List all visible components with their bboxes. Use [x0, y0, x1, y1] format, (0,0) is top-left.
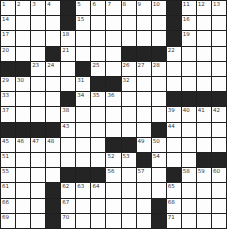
clue-number-70: 70 — [62, 214, 69, 220]
cell-r4c1[interactable]: 20 — [1, 47, 15, 61]
black-cell-r9c1 — [1, 123, 15, 137]
cell-r5c4[interactable]: 24 — [46, 62, 60, 76]
black-cell-r6c8 — [106, 77, 120, 91]
cell-r10c4[interactable]: 48 — [46, 138, 60, 152]
black-cell-r14c4 — [46, 199, 60, 213]
cell-r1c2[interactable]: 2 — [16, 1, 30, 15]
cell-r6c11[interactable] — [152, 77, 166, 91]
cell-r12c9[interactable] — [122, 168, 136, 182]
black-cell-r12c5 — [61, 168, 75, 182]
cell-r1c8[interactable]: 7 — [106, 1, 120, 15]
cell-r10c5[interactable] — [61, 138, 75, 152]
cell-r8c2[interactable] — [16, 107, 30, 121]
black-cell-r9c11 — [152, 123, 166, 137]
crossword-grid: 1234567891011121314151617181920212223242… — [0, 0, 227, 229]
cell-r5c15[interactable] — [212, 62, 226, 76]
cell-r13c11[interactable] — [152, 183, 166, 197]
cell-r7c3[interactable] — [31, 92, 45, 106]
cell-r1c7[interactable]: 6 — [91, 1, 105, 15]
black-cell-r7c5 — [61, 92, 75, 106]
cell-r13c12[interactable]: 65 — [167, 183, 181, 197]
clue-number-27: 27 — [138, 62, 145, 68]
clue-number-64: 64 — [92, 183, 99, 189]
cell-r14c12[interactable]: 68 — [167, 199, 181, 213]
cell-r8c14[interactable]: 41 — [197, 107, 211, 121]
clue-number-62: 62 — [62, 183, 69, 189]
cell-r10c6[interactable] — [76, 138, 90, 152]
black-cell-r5c2 — [16, 62, 30, 76]
cell-r1c9[interactable]: 8 — [122, 1, 136, 15]
black-cell-r4c10 — [137, 47, 151, 61]
black-cell-r2c5 — [61, 16, 75, 30]
cell-r9c6[interactable] — [76, 123, 90, 137]
cell-r8c3[interactable] — [31, 107, 45, 121]
cell-r15c14[interactable] — [197, 214, 211, 228]
clue-number-51: 51 — [2, 153, 9, 159]
cell-r13c6[interactable]: 63 — [76, 183, 90, 197]
cell-r8c7[interactable] — [91, 107, 105, 121]
cell-r5c5[interactable] — [61, 62, 75, 76]
cell-r3c1[interactable]: 17 — [1, 31, 15, 45]
cell-r15c3[interactable] — [31, 214, 45, 228]
black-cell-r1c5 — [61, 1, 75, 15]
cell-r3c11[interactable] — [152, 31, 166, 45]
clue-number-4: 4 — [47, 1, 51, 7]
cell-r13c7[interactable]: 64 — [91, 183, 105, 197]
black-cell-r4c11 — [152, 47, 166, 61]
cell-r14c9[interactable] — [122, 199, 136, 213]
clue-number-68: 68 — [168, 199, 175, 205]
cell-r14c1[interactable]: 66 — [1, 199, 15, 213]
cell-r4c15[interactable] — [212, 47, 226, 61]
cell-r11c1[interactable]: 51 — [1, 153, 15, 167]
clue-number-25: 25 — [92, 62, 99, 68]
black-cell-r9c3 — [31, 123, 45, 137]
black-cell-r9c2 — [16, 123, 30, 137]
cell-r11c12[interactable] — [167, 153, 181, 167]
cell-r6c15[interactable] — [212, 77, 226, 91]
cell-r2c14[interactable] — [197, 16, 211, 30]
clue-number-17: 17 — [2, 31, 9, 37]
cell-r11c3[interactable] — [31, 153, 45, 167]
clue-number-37: 37 — [2, 107, 9, 113]
cell-r11c11[interactable]: 54 — [152, 153, 166, 167]
cell-r2c1[interactable]: 14 — [1, 16, 15, 30]
cell-r2c9[interactable] — [122, 16, 136, 30]
black-cell-r15c4 — [46, 214, 60, 228]
cell-r10c3[interactable]: 47 — [31, 138, 45, 152]
clue-number-47: 47 — [32, 138, 39, 144]
cell-r14c2[interactable] — [16, 199, 30, 213]
cell-r15c10[interactable] — [137, 214, 151, 228]
cell-r3c8[interactable] — [106, 31, 120, 45]
clue-number-7: 7 — [107, 1, 111, 7]
cell-r14c6[interactable] — [76, 199, 90, 213]
black-cell-r10c9 — [122, 138, 136, 152]
black-cell-r4c9 — [122, 47, 136, 61]
cell-r14c7[interactable] — [91, 199, 105, 213]
clue-number-66: 66 — [2, 199, 9, 205]
cell-r6c2[interactable]: 30 — [16, 77, 30, 91]
clue-number-52: 52 — [107, 153, 114, 159]
cell-r9c5[interactable]: 43 — [61, 123, 75, 137]
cell-r10c13[interactable] — [182, 138, 196, 152]
cell-r3c13[interactable]: 19 — [182, 31, 196, 45]
cell-r12c8[interactable]: 56 — [106, 168, 120, 182]
cell-r4c12[interactable]: 22 — [167, 47, 181, 61]
cell-r15c9[interactable] — [122, 214, 136, 228]
cell-r6c13[interactable] — [182, 77, 196, 91]
clue-number-31: 31 — [77, 77, 84, 83]
clue-number-3: 3 — [32, 1, 36, 7]
cell-r12c1[interactable]: 55 — [1, 168, 15, 182]
cell-r3c10[interactable] — [137, 31, 151, 45]
cell-r10c2[interactable]: 46 — [16, 138, 30, 152]
clue-number-19: 19 — [183, 31, 190, 37]
cell-r10c10[interactable]: 49 — [137, 138, 151, 152]
cell-r10c14[interactable] — [197, 138, 211, 152]
cell-r5c14[interactable] — [197, 62, 211, 76]
cell-r8c6[interactable] — [76, 107, 90, 121]
clue-number-53: 53 — [123, 153, 130, 159]
clue-number-38: 38 — [62, 107, 69, 113]
cell-r7c6[interactable]: 34 — [76, 92, 90, 106]
cell-r7c2[interactable] — [16, 92, 30, 106]
clue-number-54: 54 — [153, 153, 160, 159]
black-cell-r10c8 — [106, 138, 120, 152]
clue-number-41: 41 — [198, 107, 205, 113]
clue-number-24: 24 — [47, 62, 54, 68]
black-cell-r15c11 — [152, 214, 166, 228]
cell-r7c1[interactable]: 33 — [1, 92, 15, 106]
cell-r11c9[interactable]: 53 — [122, 153, 136, 167]
clue-number-49: 49 — [138, 138, 145, 144]
cell-r9c8[interactable] — [106, 123, 120, 137]
black-cell-r1c12 — [167, 1, 181, 15]
clue-number-67: 67 — [62, 199, 69, 205]
black-cell-r12c7 — [91, 168, 105, 182]
cell-r11c5[interactable] — [61, 153, 75, 167]
clue-number-57: 57 — [138, 168, 145, 174]
cell-r10c7[interactable] — [91, 138, 105, 152]
cell-r4c6[interactable] — [76, 47, 90, 61]
cell-r8c12[interactable]: 39 — [167, 107, 181, 121]
cell-r3c4[interactable] — [46, 31, 60, 45]
cell-r12c4[interactable] — [46, 168, 60, 182]
clue-number-15: 15 — [77, 16, 84, 22]
cell-r13c1[interactable]: 61 — [1, 183, 15, 197]
clue-number-65: 65 — [168, 183, 175, 189]
cell-r10c1[interactable]: 45 — [1, 138, 15, 152]
clue-number-21: 21 — [62, 47, 69, 53]
cell-r3c6[interactable] — [76, 31, 90, 45]
clue-number-34: 34 — [77, 92, 84, 98]
cell-r11c4[interactable] — [46, 153, 60, 167]
black-cell-r7c12 — [167, 92, 181, 106]
clue-number-40: 40 — [183, 107, 190, 113]
cell-r11c7[interactable] — [91, 153, 105, 167]
cell-r5c11[interactable]: 28 — [152, 62, 166, 76]
cell-r6c5[interactable] — [61, 77, 75, 91]
black-cell-r5c1 — [1, 62, 15, 76]
clue-number-58: 58 — [183, 168, 190, 174]
cell-r1c14[interactable]: 12 — [197, 1, 211, 15]
cell-r3c3[interactable] — [31, 31, 45, 45]
cell-r3c9[interactable] — [122, 31, 136, 45]
cell-r1c15[interactable]: 13 — [212, 1, 226, 15]
cell-r12c2[interactable] — [16, 168, 30, 182]
clue-number-11: 11 — [183, 1, 190, 7]
cell-r8c13[interactable]: 40 — [182, 107, 196, 121]
black-cell-r14c11 — [152, 199, 166, 213]
black-cell-r2c12 — [167, 16, 181, 30]
clue-number-60: 60 — [213, 168, 220, 174]
cell-r13c8[interactable] — [106, 183, 120, 197]
cell-r4c14[interactable] — [197, 47, 211, 61]
black-cell-r3c12 — [167, 31, 181, 45]
clue-number-39: 39 — [168, 107, 175, 113]
cell-r2c13[interactable]: 16 — [182, 16, 196, 30]
cell-r15c1[interactable]: 69 — [1, 214, 15, 228]
clue-number-16: 16 — [183, 16, 190, 22]
cell-r14c10[interactable] — [137, 199, 151, 213]
cell-r14c13[interactable] — [182, 199, 196, 213]
cell-r8c8[interactable] — [106, 107, 120, 121]
clue-number-1: 1 — [2, 1, 6, 7]
cell-r6c3[interactable] — [31, 77, 45, 91]
cell-r11c2[interactable] — [16, 153, 30, 167]
cell-r3c2[interactable] — [16, 31, 30, 45]
cell-r4c5[interactable]: 21 — [61, 47, 75, 61]
clue-number-20: 20 — [2, 47, 9, 53]
black-cell-r11c10 — [137, 153, 151, 167]
cell-r12c10[interactable]: 57 — [137, 168, 151, 182]
cell-r8c10[interactable] — [137, 107, 151, 121]
clue-number-26: 26 — [123, 62, 130, 68]
cell-r4c8[interactable] — [106, 47, 120, 61]
clue-number-2: 2 — [17, 1, 21, 7]
cell-r6c12[interactable] — [167, 77, 181, 91]
cell-r8c5[interactable]: 38 — [61, 107, 75, 121]
cell-r15c15[interactable] — [212, 214, 226, 228]
black-cell-r12c6 — [76, 168, 90, 182]
cell-r5c10[interactable]: 27 — [137, 62, 151, 76]
cell-r1c6[interactable]: 5 — [76, 1, 90, 15]
cell-r12c15[interactable]: 60 — [212, 168, 226, 182]
cell-r4c3[interactable] — [31, 47, 45, 61]
crossword-puzzle: 1234567891011121314151617181920212223242… — [0, 0, 227, 229]
cell-r10c11[interactable]: 50 — [152, 138, 166, 152]
black-cell-r7c15 — [212, 92, 226, 106]
clue-number-71: 71 — [168, 214, 175, 220]
cell-r7c11[interactable] — [152, 92, 166, 106]
cell-r15c12[interactable]: 71 — [167, 214, 181, 228]
cell-r9c15[interactable] — [212, 123, 226, 137]
cell-r13c2[interactable] — [16, 183, 30, 197]
cell-r9c9[interactable] — [122, 123, 136, 137]
cell-r14c5[interactable]: 67 — [61, 199, 75, 213]
cell-r2c2[interactable] — [16, 16, 30, 30]
cell-r12c14[interactable]: 59 — [197, 168, 211, 182]
cell-r7c9[interactable] — [122, 92, 136, 106]
cell-r8c1[interactable]: 37 — [1, 107, 15, 121]
cell-r15c13[interactable] — [182, 214, 196, 228]
clue-number-43: 43 — [62, 123, 69, 129]
cell-r5c8[interactable] — [106, 62, 120, 76]
cell-r11c6[interactable] — [76, 153, 90, 167]
cell-r12c13[interactable]: 58 — [182, 168, 196, 182]
clue-number-32: 32 — [123, 77, 130, 83]
cell-r9c14[interactable] — [197, 123, 211, 137]
cell-r1c1[interactable]: 1 — [1, 1, 15, 15]
cell-r4c7[interactable] — [91, 47, 105, 61]
clue-number-42: 42 — [213, 107, 220, 113]
cell-r5c13[interactable] — [182, 62, 196, 76]
cell-r7c10[interactable] — [137, 92, 151, 106]
cell-r9c7[interactable] — [91, 123, 105, 137]
clue-number-10: 10 — [153, 1, 160, 7]
cell-r3c7[interactable] — [91, 31, 105, 45]
cell-r4c13[interactable] — [182, 47, 196, 61]
clue-number-61: 61 — [2, 183, 9, 189]
black-cell-r11c15 — [212, 153, 226, 167]
cell-r1c11[interactable]: 10 — [152, 1, 166, 15]
black-cell-r7c14 — [197, 92, 211, 106]
cell-r2c11[interactable] — [152, 16, 166, 30]
cell-r6c4[interactable] — [46, 77, 60, 91]
cell-r7c8[interactable]: 36 — [106, 92, 120, 106]
clue-number-46: 46 — [17, 138, 24, 144]
black-cell-r13c4 — [46, 183, 60, 197]
black-cell-r6c7 — [91, 77, 105, 91]
cell-r2c8[interactable] — [106, 16, 120, 30]
cell-r15c2[interactable] — [16, 214, 30, 228]
cell-r4c2[interactable] — [16, 47, 30, 61]
cell-r14c14[interactable] — [197, 199, 211, 213]
cell-r9c10[interactable] — [137, 123, 151, 137]
cell-r15c7[interactable] — [91, 214, 105, 228]
black-cell-r12c12 — [167, 168, 181, 182]
cell-r2c4[interactable] — [46, 16, 60, 30]
black-cell-r5c6 — [76, 62, 90, 76]
clue-number-33: 33 — [2, 92, 9, 98]
cell-r6c9[interactable]: 32 — [122, 77, 136, 91]
cell-r13c9[interactable] — [122, 183, 136, 197]
cell-r11c13[interactable] — [182, 153, 196, 167]
cell-r5c3[interactable]: 23 — [31, 62, 45, 76]
cell-r6c1[interactable]: 29 — [1, 77, 15, 91]
clue-number-56: 56 — [107, 168, 114, 174]
cell-r2c7[interactable] — [91, 16, 105, 30]
cell-r13c3[interactable] — [31, 183, 45, 197]
cell-r13c15[interactable] — [212, 183, 226, 197]
black-cell-r4c4 — [46, 47, 60, 61]
cell-r5c12[interactable] — [167, 62, 181, 76]
clue-number-28: 28 — [153, 62, 160, 68]
cell-r14c8[interactable] — [106, 199, 120, 213]
clue-number-45: 45 — [2, 138, 9, 144]
cell-r10c12[interactable] — [167, 138, 181, 152]
clue-number-30: 30 — [17, 77, 24, 83]
cell-r8c9[interactable] — [122, 107, 136, 121]
clue-number-44: 44 — [168, 123, 175, 129]
clue-number-55: 55 — [2, 168, 9, 174]
cell-r7c7[interactable]: 35 — [91, 92, 105, 106]
cell-r14c3[interactable] — [31, 199, 45, 213]
clue-number-48: 48 — [47, 138, 54, 144]
clue-number-59: 59 — [198, 168, 205, 174]
cell-r13c5[interactable]: 62 — [61, 183, 75, 197]
cell-r14c15[interactable] — [212, 199, 226, 213]
black-cell-r9c4 — [46, 123, 60, 137]
cell-r1c13[interactable]: 11 — [182, 1, 196, 15]
clue-number-50: 50 — [153, 138, 160, 144]
cell-r12c3[interactable] — [31, 168, 45, 182]
cell-r3c15[interactable] — [212, 31, 226, 45]
clue-number-18: 18 — [62, 31, 69, 37]
cell-r8c4[interactable] — [46, 107, 60, 121]
clue-number-63: 63 — [77, 183, 84, 189]
clue-number-14: 14 — [2, 16, 9, 22]
cell-r2c6[interactable]: 15 — [76, 16, 90, 30]
cell-r3c14[interactable] — [197, 31, 211, 45]
clue-number-12: 12 — [198, 1, 205, 7]
cell-r3c5[interactable]: 18 — [61, 31, 75, 45]
clue-number-5: 5 — [77, 1, 81, 7]
cell-r6c6[interactable]: 31 — [76, 77, 90, 91]
cell-r15c5[interactable]: 70 — [61, 214, 75, 228]
cell-r2c3[interactable] — [31, 16, 45, 30]
cell-r2c10[interactable] — [137, 16, 151, 30]
cell-r13c13[interactable] — [182, 183, 196, 197]
cell-r15c8[interactable] — [106, 214, 120, 228]
clue-number-22: 22 — [168, 47, 175, 53]
cell-r10c15[interactable] — [212, 138, 226, 152]
black-cell-r11c14 — [197, 153, 211, 167]
cell-r12c11[interactable] — [152, 168, 166, 182]
cell-r9c13[interactable] — [182, 123, 196, 137]
cell-r8c11[interactable] — [152, 107, 166, 121]
clue-number-23: 23 — [32, 62, 39, 68]
clue-number-9: 9 — [138, 1, 142, 7]
cell-r5c9[interactable]: 26 — [122, 62, 136, 76]
cell-r15c6[interactable] — [76, 214, 90, 228]
clue-number-36: 36 — [107, 92, 114, 98]
clue-number-29: 29 — [2, 77, 9, 83]
cell-r13c14[interactable] — [197, 183, 211, 197]
cell-r1c4[interactable]: 4 — [46, 1, 60, 15]
cell-r7c4[interactable] — [46, 92, 60, 106]
cell-r5c7[interactable]: 25 — [91, 62, 105, 76]
clue-number-69: 69 — [2, 214, 9, 220]
cell-r13c10[interactable] — [137, 183, 151, 197]
cell-r1c10[interactable]: 9 — [137, 1, 151, 15]
clue-number-6: 6 — [92, 1, 96, 7]
clue-number-8: 8 — [123, 1, 127, 7]
cell-r8c15[interactable]: 42 — [212, 107, 226, 121]
clue-number-13: 13 — [213, 1, 220, 7]
cell-r2c15[interactable] — [212, 16, 226, 30]
cell-r11c8[interactable]: 52 — [106, 153, 120, 167]
cell-r1c3[interactable]: 3 — [31, 1, 45, 15]
black-cell-r7c13 — [182, 92, 196, 106]
cell-r6c14[interactable] — [197, 77, 211, 91]
clue-number-35: 35 — [92, 92, 99, 98]
cell-r6c10[interactable] — [137, 77, 151, 91]
cell-r9c12[interactable]: 44 — [167, 123, 181, 137]
